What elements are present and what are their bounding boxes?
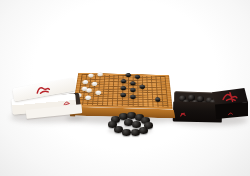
calligraphy-logo-icon [228,111,233,116]
loose-black-stone [131,129,140,136]
black-stone [120,93,126,98]
black-stone [135,75,140,79]
white-stone [88,74,94,78]
black-stone [155,97,161,102]
white-stone [96,90,102,95]
black-box-front [173,101,223,122]
black-stones-box [170,84,248,126]
loose-black-stones [105,111,153,137]
loose-black-stone [122,129,131,136]
black-stone [130,88,135,92]
white-stones-box [10,80,90,124]
black-stone [130,95,135,100]
black-box-lid-front [215,102,248,119]
calligraphy-logo-icon [221,91,239,103]
white-stone [92,82,98,86]
black-stone [121,86,126,90]
goban-stones [77,74,169,107]
black-stone [130,81,135,85]
black-stone [121,79,126,83]
goban-lattice [77,74,169,107]
black-stone [126,73,131,77]
black-stone [140,85,145,89]
loose-black-stone [139,127,148,134]
go-set-photo [0,0,250,176]
white-stone [98,72,103,76]
calligraphy-logo-icon [180,112,186,118]
loose-black-stone [108,121,117,128]
calligraphy-logo-icon [34,83,52,97]
loose-black-stone [132,121,141,128]
